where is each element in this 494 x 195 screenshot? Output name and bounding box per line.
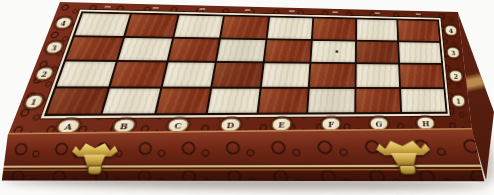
square-b4 bbox=[125, 14, 177, 36]
right-rank-label-1: 1 bbox=[451, 94, 466, 107]
clasp-left-hasp bbox=[87, 165, 102, 174]
square-f4 bbox=[313, 18, 355, 39]
square-c2 bbox=[162, 62, 215, 86]
square-h4 bbox=[398, 20, 439, 40]
clasp-left bbox=[70, 143, 118, 174]
clasp-right bbox=[375, 140, 435, 173]
square-b1 bbox=[102, 88, 159, 113]
square-g1 bbox=[356, 88, 401, 112]
square-h1 bbox=[401, 89, 445, 112]
square-a3 bbox=[66, 37, 122, 60]
square-b2 bbox=[110, 62, 165, 86]
left-rank-label-4: 4 bbox=[53, 17, 73, 29]
board-inlay-frame bbox=[41, 10, 450, 119]
square-g4 bbox=[356, 19, 397, 40]
square-a2 bbox=[57, 61, 115, 85]
square-e3 bbox=[265, 40, 311, 62]
square-b3 bbox=[118, 37, 171, 60]
square-d1 bbox=[208, 88, 259, 113]
clasp-left-plate bbox=[72, 143, 119, 157]
box-lid-top-face: ABCDEFGH43214321 bbox=[8, 2, 472, 135]
square-e1 bbox=[259, 88, 308, 112]
chess-box-photo: ABCDEFGH43214321 bbox=[0, 0, 494, 195]
square-h2 bbox=[400, 65, 443, 87]
square-f1 bbox=[308, 88, 354, 112]
left-rank-label-2: 2 bbox=[33, 67, 55, 81]
chessboard-grid bbox=[44, 11, 448, 116]
square-a4 bbox=[75, 13, 129, 35]
square-f3 bbox=[311, 40, 354, 62]
square-g2 bbox=[356, 64, 399, 86]
clasp-right-hasp bbox=[399, 165, 417, 175]
right-rank-label-3: 3 bbox=[446, 47, 460, 59]
square-e4 bbox=[268, 17, 312, 38]
square-c1 bbox=[156, 88, 210, 113]
square-d4 bbox=[221, 16, 268, 37]
clasp-right-plate bbox=[375, 140, 431, 155]
square-d3 bbox=[217, 39, 265, 61]
square-f2 bbox=[310, 64, 355, 87]
left-rank-label-3: 3 bbox=[44, 41, 65, 54]
left-rank-label-1: 1 bbox=[22, 94, 45, 108]
square-h3 bbox=[399, 42, 441, 63]
square-c4 bbox=[174, 15, 223, 37]
square-c3 bbox=[168, 38, 219, 61]
square-g3 bbox=[356, 41, 398, 63]
square-a1 bbox=[47, 88, 108, 114]
square-d2 bbox=[213, 63, 263, 86]
square-e2 bbox=[262, 63, 309, 86]
right-rank-label-2: 2 bbox=[449, 70, 464, 82]
right-rank-label-4: 4 bbox=[444, 25, 458, 36]
box-front-face bbox=[2, 128, 484, 181]
